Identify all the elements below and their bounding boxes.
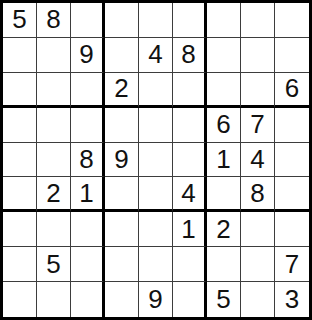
cell-r5c2[interactable] [37, 143, 71, 178]
cell-r9c5[interactable]: 9 [139, 282, 173, 317]
cell-r4c7[interactable]: 6 [207, 108, 241, 143]
cell-r3c9[interactable]: 6 [275, 73, 309, 108]
cell-r5c9[interactable] [275, 143, 309, 178]
cell-digit: 2 [46, 180, 60, 207]
cell-r9c3[interactable] [71, 282, 105, 317]
cell-r3c5[interactable] [139, 73, 173, 108]
cell-r1c6[interactable] [173, 3, 207, 38]
cell-r9c4[interactable] [105, 282, 139, 317]
cell-r6c6[interactable]: 4 [173, 177, 207, 212]
cell-r2c7[interactable] [207, 38, 241, 73]
cell-digit: 4 [148, 41, 162, 68]
cell-r4c5[interactable] [139, 108, 173, 143]
cell-r7c1[interactable] [3, 212, 37, 247]
cell-r1c8[interactable] [241, 3, 275, 38]
cell-r4c8[interactable]: 7 [241, 108, 275, 143]
cell-r6c8[interactable]: 8 [241, 177, 275, 212]
cell-digit: 8 [181, 41, 195, 68]
cell-r4c4[interactable] [105, 108, 139, 143]
cell-r6c7[interactable] [207, 177, 241, 212]
cell-digit: 4 [250, 146, 264, 173]
cell-digit: 5 [12, 6, 26, 33]
cell-r6c5[interactable] [139, 177, 173, 212]
cell-r9c2[interactable] [37, 282, 71, 317]
cell-r6c9[interactable] [275, 177, 309, 212]
cell-r2c5[interactable]: 4 [139, 38, 173, 73]
cell-r2c8[interactable] [241, 38, 275, 73]
cell-r8c9[interactable]: 7 [275, 247, 309, 282]
cell-r8c6[interactable] [173, 247, 207, 282]
cell-r1c7[interactable] [207, 3, 241, 38]
cell-digit: 1 [79, 180, 93, 207]
cell-digit: 9 [114, 146, 128, 173]
cell-r6c1[interactable] [3, 177, 37, 212]
cell-r1c1[interactable]: 5 [3, 3, 37, 38]
sudoku-board: 589482667891421481257953 [0, 0, 312, 320]
cell-r2c6[interactable]: 8 [173, 38, 207, 73]
cell-r3c7[interactable] [207, 73, 241, 108]
cell-r9c7[interactable]: 5 [207, 282, 241, 317]
cell-digit: 7 [285, 251, 299, 278]
cell-r9c6[interactable] [173, 282, 207, 317]
cell-digit: 6 [216, 111, 230, 138]
cell-r9c1[interactable] [3, 282, 37, 317]
cell-r8c4[interactable] [105, 247, 139, 282]
cell-r7c7[interactable]: 2 [207, 212, 241, 247]
cell-r6c4[interactable] [105, 177, 139, 212]
cell-digit: 5 [216, 286, 230, 313]
cell-digit: 2 [114, 75, 128, 102]
cell-digit: 1 [216, 146, 230, 173]
cell-r8c5[interactable] [139, 247, 173, 282]
cell-r1c3[interactable] [71, 3, 105, 38]
cell-r4c1[interactable] [3, 108, 37, 143]
cell-digit: 7 [250, 111, 264, 138]
cell-r3c1[interactable] [3, 73, 37, 108]
cell-r7c4[interactable] [105, 212, 139, 247]
cell-r5c5[interactable] [139, 143, 173, 178]
cell-r6c3[interactable]: 1 [71, 177, 105, 212]
cell-r4c6[interactable] [173, 108, 207, 143]
cell-digit: 8 [79, 146, 93, 173]
cell-r7c3[interactable] [71, 212, 105, 247]
cell-r3c2[interactable] [37, 73, 71, 108]
cell-digit: 3 [285, 286, 299, 313]
cell-r8c1[interactable] [3, 247, 37, 282]
cell-digit: 8 [250, 180, 264, 207]
cell-r5c6[interactable] [173, 143, 207, 178]
cell-digit: 1 [181, 216, 195, 243]
cell-r8c8[interactable] [241, 247, 275, 282]
cell-r2c4[interactable] [105, 38, 139, 73]
cell-r5c1[interactable] [3, 143, 37, 178]
cell-r7c8[interactable] [241, 212, 275, 247]
cell-r7c9[interactable] [275, 212, 309, 247]
cell-r7c2[interactable] [37, 212, 71, 247]
cell-r7c5[interactable] [139, 212, 173, 247]
cell-digit: 8 [46, 6, 60, 33]
cell-r2c9[interactable] [275, 38, 309, 73]
cell-r8c2[interactable]: 5 [37, 247, 71, 282]
cell-r4c9[interactable] [275, 108, 309, 143]
cell-digit: 9 [148, 286, 162, 313]
cell-r8c3[interactable] [71, 247, 105, 282]
cell-digit: 4 [181, 180, 195, 207]
cell-r9c8[interactable] [241, 282, 275, 317]
cell-r8c7[interactable] [207, 247, 241, 282]
cell-r2c1[interactable] [3, 38, 37, 73]
cell-digit: 5 [46, 251, 60, 278]
cell-r1c4[interactable] [105, 3, 139, 38]
cell-r1c2[interactable]: 8 [37, 3, 71, 38]
cell-digit: 6 [285, 75, 299, 102]
cell-r1c9[interactable] [275, 3, 309, 38]
cell-r4c3[interactable] [71, 108, 105, 143]
cell-r6c2[interactable]: 2 [37, 177, 71, 212]
cell-r1c5[interactable] [139, 3, 173, 38]
cell-r2c2[interactable] [37, 38, 71, 73]
cell-digit: 9 [79, 41, 93, 68]
cell-r3c6[interactable] [173, 73, 207, 108]
cell-r7c6[interactable]: 1 [173, 212, 207, 247]
cell-r5c7[interactable]: 1 [207, 143, 241, 178]
cell-r3c3[interactable] [71, 73, 105, 108]
cell-r3c8[interactable] [241, 73, 275, 108]
cell-r2c3[interactable]: 9 [71, 38, 105, 73]
cell-r4c2[interactable] [37, 108, 71, 143]
cell-r5c3[interactable]: 8 [71, 143, 105, 178]
cell-digit: 2 [216, 216, 230, 243]
cell-r5c8[interactable]: 4 [241, 143, 275, 178]
cell-r5c4[interactable]: 9 [105, 143, 139, 178]
cell-r9c9[interactable]: 3 [275, 282, 309, 317]
cell-r3c4[interactable]: 2 [105, 73, 139, 108]
